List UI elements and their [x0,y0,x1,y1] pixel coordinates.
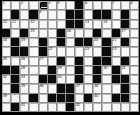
black-cell [102,47,111,56]
black-cell [102,57,111,66]
black-cell [121,84,130,93]
black-cell [57,57,66,66]
clue-number: 40 [94,94,98,98]
black-cell [75,10,84,19]
white-cell[interactable]: 28 [20,66,29,75]
black-cell [112,66,121,75]
clue-number: 20 [94,38,98,42]
white-cell[interactable]: 38 [93,84,102,93]
white-cell[interactable] [29,47,38,56]
white-cell[interactable] [29,84,38,93]
white-cell[interactable] [48,38,57,47]
white-cell[interactable]: 7 [112,1,121,10]
white-cell[interactable] [102,103,111,112]
white-cell[interactable] [75,29,84,38]
white-cell[interactable] [121,47,130,56]
white-cell[interactable] [29,57,38,66]
white-cell[interactable] [93,20,102,29]
white-cell[interactable] [48,20,57,29]
white-cell[interactable] [102,29,111,38]
clue-number: 34 [57,75,61,79]
white-cell[interactable]: 41 [20,103,29,112]
white-cell[interactable] [66,1,75,10]
clue-number: 9 [39,10,41,14]
black-cell [29,94,38,103]
white-cell[interactable] [130,20,139,29]
white-cell[interactable]: 21 [112,38,121,47]
black-cell [121,38,130,47]
clue-number: 22 [48,47,52,51]
white-cell[interactable]: 32 [2,75,11,84]
clue-number: 29 [57,66,61,70]
white-cell[interactable] [2,10,11,19]
black-cell [57,38,66,47]
black-cell [121,20,130,29]
white-cell[interactable] [48,57,57,66]
white-cell[interactable] [48,84,57,93]
white-cell[interactable] [93,103,102,112]
black-cell [75,38,84,47]
white-cell[interactable]: 23 [84,47,93,56]
white-cell[interactable] [84,29,93,38]
black-cell [93,29,102,38]
white-cell[interactable]: 8 [130,1,139,10]
white-cell[interactable] [84,84,93,93]
white-cell[interactable] [2,47,11,56]
clue-number: 25 [3,57,7,61]
white-cell[interactable] [57,10,66,19]
white-cell[interactable] [57,20,66,29]
white-cell[interactable]: 16 [66,29,75,38]
clue-number: 27 [39,57,43,61]
white-cell[interactable]: 40 [93,94,102,103]
white-cell[interactable] [29,38,38,47]
clue-number: 5 [57,1,59,5]
black-cell [93,10,102,19]
white-cell[interactable] [39,94,48,103]
white-cell[interactable]: 22 [48,47,57,56]
white-cell[interactable] [11,29,20,38]
clue-number: 23 [85,47,89,51]
white-cell[interactable] [29,103,38,112]
white-cell[interactable] [102,75,111,84]
black-cell [102,10,111,19]
white-cell[interactable] [121,1,130,10]
crossword-grid[interactable]: 1245678910111213141516171819202122232425… [0,0,140,115]
clue-number: 6 [85,1,87,5]
clue-number: 15 [30,29,34,33]
black-cell [121,10,130,19]
black-cell [11,66,20,75]
black-cell [20,47,29,56]
white-cell[interactable] [112,103,121,112]
white-cell[interactable] [84,75,93,84]
white-cell[interactable]: 25 [2,57,11,66]
black-cell [102,38,111,47]
white-cell[interactable] [20,10,29,19]
clue-number: 13 [85,20,89,24]
white-cell[interactable] [29,75,38,84]
black-cell [48,66,57,75]
crossword-puzzle: 1245678910111213141516171819202122232425… [0,0,140,115]
clue-number: 39 [3,94,7,98]
clue-number: 30 [103,66,107,70]
white-cell[interactable] [84,103,93,112]
black-cell [66,94,75,103]
black-cell [93,57,102,66]
white-cell[interactable]: 13 [84,20,93,29]
white-cell[interactable] [130,29,139,38]
clue-number: 7 [112,1,114,5]
white-cell[interactable] [84,57,93,66]
white-cell[interactable]: 6 [84,1,93,10]
white-cell[interactable] [130,10,139,19]
white-cell[interactable] [66,66,75,75]
white-cell[interactable] [29,1,38,10]
clue-number: 38 [94,84,98,88]
black-cell [20,29,29,38]
clue-number: 8 [130,1,132,5]
clue-number: 10 [3,20,7,24]
white-cell[interactable]: 19 [20,38,29,47]
clue-number: 18 [3,38,7,42]
white-cell[interactable]: 14 [102,20,111,29]
clue-number: 41 [21,103,25,107]
white-cell[interactable] [130,94,139,103]
black-cell [93,66,102,75]
black-cell [112,75,121,84]
clue-number: 33 [21,75,25,79]
clue-number: 31 [121,66,125,70]
white-cell[interactable]: 27 [39,57,48,66]
black-cell [66,20,75,29]
white-cell[interactable] [11,1,20,10]
white-cell[interactable]: 29 [57,66,66,75]
white-cell[interactable] [20,20,29,29]
white-cell[interactable]: 11 [11,20,20,29]
white-cell[interactable] [75,47,84,56]
white-cell[interactable]: 42 [75,103,84,112]
white-cell[interactable] [112,57,121,66]
black-cell [57,94,66,103]
white-cell[interactable] [39,103,48,112]
image-marker-icon [40,2,48,9]
white-cell[interactable] [130,66,139,75]
white-cell[interactable] [48,29,57,38]
white-cell[interactable]: 37 [75,84,84,93]
clue-number: 42 [76,103,80,107]
white-cell[interactable]: 39 [2,94,11,103]
clue-number: 12 [30,20,34,24]
white-cell[interactable] [57,47,66,56]
white-cell[interactable] [66,47,75,56]
black-cell [112,94,121,103]
black-cell [11,47,20,56]
black-cell [66,103,75,112]
white-cell[interactable]: 5 [57,1,66,10]
white-cell[interactable] [93,1,102,10]
clue-number: 28 [21,66,25,70]
white-cell[interactable]: 31 [121,66,130,75]
black-cell [93,75,102,84]
white-cell[interactable]: 15 [29,29,38,38]
black-cell [39,38,48,47]
black-cell [11,10,20,19]
white-cell[interactable] [39,20,48,29]
white-cell[interactable] [39,1,48,10]
black-cell [11,75,20,84]
black-cell [48,75,57,84]
white-cell[interactable]: 36 [39,84,48,93]
white-cell[interactable] [2,84,11,93]
white-cell[interactable] [93,47,102,56]
white-cell[interactable]: 24 [112,47,121,56]
clue-number: 11 [12,20,16,24]
black-cell [11,103,20,112]
white-cell[interactable] [66,57,75,66]
black-cell [75,66,84,75]
white-cell[interactable] [130,47,139,56]
white-cell[interactable] [112,84,121,93]
white-cell[interactable]: 35 [20,84,29,93]
black-cell [57,29,66,38]
black-cell [75,1,84,10]
white-cell[interactable] [29,66,38,75]
clue-number: 1 [3,1,5,5]
white-cell[interactable]: 17 [121,29,130,38]
clue-number: 16 [66,29,70,33]
black-cell [112,29,121,38]
black-cell [75,20,84,29]
black-cell [39,47,48,56]
clue-number: 2 [21,1,23,5]
white-cell[interactable]: 34 [57,75,66,84]
white-cell[interactable] [11,57,20,66]
black-cell [84,94,93,103]
white-cell[interactable]: 33 [20,75,29,84]
white-cell[interactable]: 9 [39,10,48,19]
white-cell[interactable]: 20 [93,38,102,47]
white-cell[interactable] [66,75,75,84]
black-cell [29,10,38,19]
white-cell[interactable]: 4 [48,1,57,10]
white-cell[interactable] [112,10,121,19]
black-cell [2,66,11,75]
white-cell[interactable] [2,103,11,112]
white-cell[interactable] [11,94,20,103]
white-cell[interactable] [130,103,139,112]
black-cell [2,29,11,38]
white-cell[interactable] [48,103,57,112]
white-cell[interactable]: 1 [2,1,11,10]
black-cell [121,94,130,103]
black-cell [11,84,20,93]
white-cell[interactable] [112,20,121,29]
white-cell[interactable] [130,75,139,84]
black-cell [48,94,57,103]
white-cell[interactable] [66,38,75,47]
black-cell [84,38,93,47]
clue-number: 24 [112,47,116,51]
white-cell[interactable] [48,10,57,19]
clue-number: 32 [3,75,7,79]
white-cell[interactable] [102,94,111,103]
black-cell [39,75,48,84]
black-cell [75,75,84,84]
white-cell[interactable] [57,103,66,112]
white-cell[interactable]: 12 [29,20,38,29]
white-cell[interactable] [102,84,111,93]
clue-number: 21 [112,38,116,42]
white-cell[interactable] [39,29,48,38]
white-cell[interactable] [39,66,48,75]
white-cell[interactable] [84,10,93,19]
black-cell [121,75,130,84]
white-cell[interactable]: 18 [2,38,11,47]
clue-number: 37 [76,84,80,88]
white-cell[interactable]: 26 [20,57,29,66]
clue-number: 19 [21,38,25,42]
black-cell [66,84,75,93]
black-cell [11,38,20,47]
white-cell[interactable] [84,66,93,75]
black-cell [66,10,75,19]
white-cell[interactable] [75,94,84,103]
white-cell[interactable] [20,94,29,103]
white-cell[interactable]: 2 [20,1,29,10]
white-cell[interactable] [130,57,139,66]
white-cell[interactable]: 10 [2,20,11,29]
white-cell[interactable]: 30 [102,66,111,75]
black-cell [75,57,84,66]
clue-number: 26 [21,57,25,61]
black-cell [121,57,130,66]
white-cell[interactable] [130,84,139,93]
clue-number: 4 [48,1,50,5]
clue-number: 17 [121,29,125,33]
white-cell[interactable] [121,103,130,112]
clue-number: 14 [103,20,107,24]
black-cell [57,84,66,93]
white-cell[interactable] [102,1,111,10]
clue-number: 35 [21,84,25,88]
white-cell[interactable] [130,38,139,47]
clue-number: 36 [39,84,43,88]
